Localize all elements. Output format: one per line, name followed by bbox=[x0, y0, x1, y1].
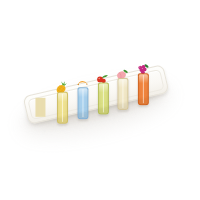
fruit-clip-banana bbox=[74, 75, 90, 121]
clip-body-pineapple bbox=[57, 92, 68, 124]
fruit-clip-pineapple bbox=[54, 80, 70, 126]
clips-row bbox=[24, 65, 168, 123]
product-photo bbox=[0, 0, 200, 200]
fruit-clip-grapes bbox=[135, 61, 151, 107]
clip-body-peach bbox=[117, 78, 128, 110]
clip-body-grapes bbox=[138, 73, 149, 105]
clip-body-banana bbox=[77, 87, 88, 119]
blister-pack bbox=[23, 64, 170, 125]
fruit-clip-cherry bbox=[95, 71, 111, 117]
fruit-clip-peach bbox=[115, 66, 131, 112]
clip-body-cherry bbox=[97, 83, 108, 115]
